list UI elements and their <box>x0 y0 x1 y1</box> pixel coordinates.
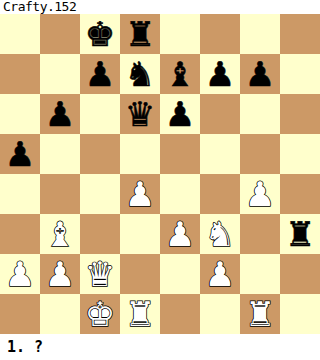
square-c2[interactable]: ♛ <box>80 254 120 294</box>
square-c1[interactable]: ♚ <box>80 294 120 334</box>
square-e7[interactable]: ♝ <box>160 54 200 94</box>
square-c8[interactable]: ♚ <box>80 14 120 54</box>
square-f5[interactable] <box>200 134 240 174</box>
square-g3[interactable] <box>240 214 280 254</box>
square-b2[interactable]: ♟ <box>40 254 80 294</box>
square-e2[interactable] <box>160 254 200 294</box>
piece-white-pawn[interactable]: ♟ <box>245 174 275 214</box>
square-f3[interactable]: ♞ <box>200 214 240 254</box>
square-e4[interactable] <box>160 174 200 214</box>
piece-white-knight[interactable]: ♞ <box>205 214 235 254</box>
piece-black-knight[interactable]: ♞ <box>125 54 155 94</box>
engine-title: Crafty.152 <box>0 0 320 14</box>
square-a7[interactable] <box>0 54 40 94</box>
square-g1[interactable]: ♜ <box>240 294 280 334</box>
piece-white-pawn[interactable]: ♟ <box>5 254 35 294</box>
piece-black-pawn[interactable]: ♟ <box>205 54 235 94</box>
square-d8[interactable]: ♜ <box>120 14 160 54</box>
square-e1[interactable] <box>160 294 200 334</box>
square-h7[interactable] <box>280 54 320 94</box>
chess-board: ♚♜♟♞♝♟♟♟♛♟♟♟♟♝♟♞♜♟♟♛♟♚♜♜ <box>0 14 320 334</box>
square-a2[interactable]: ♟ <box>0 254 40 294</box>
square-d6[interactable]: ♛ <box>120 94 160 134</box>
piece-black-pawn[interactable]: ♟ <box>85 54 115 94</box>
square-e3[interactable]: ♟ <box>160 214 200 254</box>
square-d5[interactable] <box>120 134 160 174</box>
square-c7[interactable]: ♟ <box>80 54 120 94</box>
square-e6[interactable]: ♟ <box>160 94 200 134</box>
square-g6[interactable] <box>240 94 280 134</box>
square-e8[interactable] <box>160 14 200 54</box>
piece-white-king[interactable]: ♚ <box>85 294 115 334</box>
piece-white-pawn[interactable]: ♟ <box>205 254 235 294</box>
square-h5[interactable] <box>280 134 320 174</box>
square-a3[interactable] <box>0 214 40 254</box>
square-f7[interactable]: ♟ <box>200 54 240 94</box>
square-g7[interactable]: ♟ <box>240 54 280 94</box>
square-b3[interactable]: ♝ <box>40 214 80 254</box>
square-g5[interactable] <box>240 134 280 174</box>
square-h2[interactable] <box>280 254 320 294</box>
square-f2[interactable]: ♟ <box>200 254 240 294</box>
square-b7[interactable] <box>40 54 80 94</box>
square-h1[interactable] <box>280 294 320 334</box>
square-b1[interactable] <box>40 294 80 334</box>
piece-black-pawn[interactable]: ♟ <box>45 94 75 134</box>
square-c5[interactable] <box>80 134 120 174</box>
square-h8[interactable] <box>280 14 320 54</box>
square-b6[interactable]: ♟ <box>40 94 80 134</box>
piece-black-king[interactable]: ♚ <box>85 14 115 54</box>
piece-black-pawn[interactable]: ♟ <box>5 134 35 174</box>
square-e5[interactable] <box>160 134 200 174</box>
square-b4[interactable] <box>40 174 80 214</box>
piece-black-rook[interactable]: ♜ <box>285 214 315 254</box>
piece-black-bishop[interactable]: ♝ <box>165 54 195 94</box>
square-f6[interactable] <box>200 94 240 134</box>
square-b8[interactable] <box>40 14 80 54</box>
square-a5[interactable]: ♟ <box>0 134 40 174</box>
piece-black-rook[interactable]: ♜ <box>125 14 155 54</box>
square-a1[interactable] <box>0 294 40 334</box>
square-g2[interactable] <box>240 254 280 294</box>
square-h4[interactable] <box>280 174 320 214</box>
square-g8[interactable] <box>240 14 280 54</box>
piece-black-pawn[interactable]: ♟ <box>165 94 195 134</box>
square-d2[interactable] <box>120 254 160 294</box>
move-prompt: 1. ? <box>0 334 320 360</box>
square-c6[interactable] <box>80 94 120 134</box>
square-g4[interactable]: ♟ <box>240 174 280 214</box>
piece-white-bishop[interactable]: ♝ <box>45 214 75 254</box>
square-c4[interactable] <box>80 174 120 214</box>
square-b5[interactable] <box>40 134 80 174</box>
square-a6[interactable] <box>0 94 40 134</box>
piece-black-pawn[interactable]: ♟ <box>245 54 275 94</box>
square-d3[interactable] <box>120 214 160 254</box>
square-f4[interactable] <box>200 174 240 214</box>
square-d1[interactable]: ♜ <box>120 294 160 334</box>
piece-white-pawn[interactable]: ♟ <box>125 174 155 214</box>
square-a4[interactable] <box>0 174 40 214</box>
square-d7[interactable]: ♞ <box>120 54 160 94</box>
piece-white-rook[interactable]: ♜ <box>245 294 275 334</box>
square-h3[interactable]: ♜ <box>280 214 320 254</box>
piece-white-queen[interactable]: ♛ <box>85 254 115 294</box>
square-h6[interactable] <box>280 94 320 134</box>
piece-white-pawn[interactable]: ♟ <box>165 214 195 254</box>
piece-black-queen[interactable]: ♛ <box>125 94 155 134</box>
piece-white-pawn[interactable]: ♟ <box>45 254 75 294</box>
piece-white-rook[interactable]: ♜ <box>125 294 155 334</box>
square-d4[interactable]: ♟ <box>120 174 160 214</box>
square-f1[interactable] <box>200 294 240 334</box>
square-f8[interactable] <box>200 14 240 54</box>
square-c3[interactable] <box>80 214 120 254</box>
square-a8[interactable] <box>0 14 40 54</box>
